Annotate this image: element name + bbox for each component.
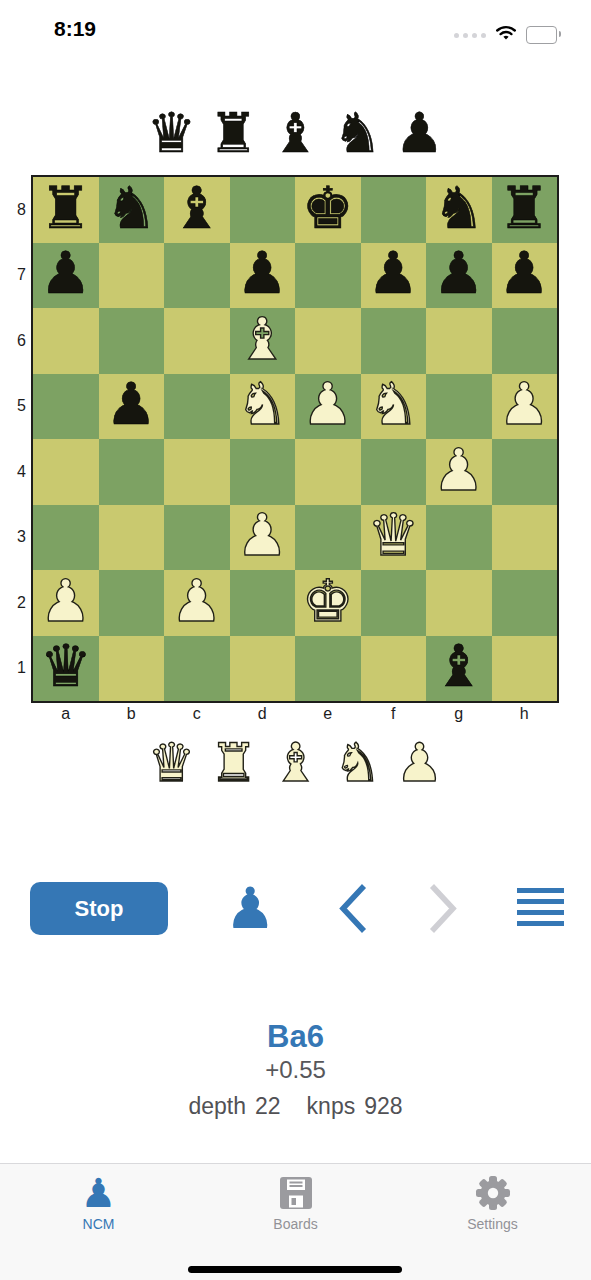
square-h7[interactable]: ♟ [492, 243, 558, 309]
square-b2[interactable] [99, 570, 165, 636]
depth-label: depth [188, 1093, 246, 1120]
white-pawn: ♟ [433, 441, 485, 499]
square-e7[interactable] [295, 243, 361, 309]
black-rook: ♜ [498, 179, 550, 237]
square-a5[interactable] [33, 374, 99, 440]
square-b4[interactable] [99, 439, 165, 505]
tab-ncm[interactable]: ♟ NCM [0, 1164, 197, 1280]
black-king: ♚ [302, 179, 354, 237]
square-d3[interactable]: ♟ [230, 505, 296, 571]
tray-white-pawn[interactable]: ♟ [394, 732, 446, 792]
square-g6[interactable] [426, 308, 492, 374]
square-b3[interactable] [99, 505, 165, 571]
square-d2[interactable] [230, 570, 296, 636]
square-e5[interactable]: ♟ [295, 374, 361, 440]
tray-black-pawn[interactable]: ♟ [394, 102, 446, 162]
next-move-button[interactable] [427, 883, 459, 934]
square-g4[interactable]: ♟ [426, 439, 492, 505]
black-rook: ♜ [40, 179, 92, 237]
black-pawn: ♟ [236, 244, 288, 302]
rank-label-8: 8 [0, 177, 26, 243]
square-b7[interactable] [99, 243, 165, 309]
square-c1[interactable] [164, 636, 230, 702]
floppy-disk-icon [279, 1172, 313, 1214]
rank-label-4: 4 [0, 439, 26, 505]
square-f6[interactable] [361, 308, 427, 374]
file-label-c: c [164, 702, 230, 726]
square-f8[interactable] [361, 177, 427, 243]
square-a7[interactable]: ♟ [33, 243, 99, 309]
status-icons [454, 24, 557, 46]
board: ♜♞♝♚♞♜♟♟♟♟♟♝♟♞♟♞♟♟♟♛♟♟♚♛♝ [31, 175, 559, 703]
white-pawn: ♟ [40, 572, 92, 630]
black-bishop: ♝ [433, 637, 485, 695]
square-d7[interactable]: ♟ [230, 243, 296, 309]
square-b6[interactable] [99, 308, 165, 374]
home-indicator[interactable] [188, 1266, 402, 1273]
square-d5[interactable]: ♞ [230, 374, 296, 440]
tray-black-bishop[interactable]: ♝ [270, 102, 322, 162]
square-b1[interactable] [99, 636, 165, 702]
file-label-e: e [295, 702, 361, 726]
square-h1[interactable] [492, 636, 558, 702]
black-knight: ♞ [433, 179, 485, 237]
black-queen: ♛ [40, 637, 92, 695]
square-e1[interactable] [295, 636, 361, 702]
rank-label-7: 7 [0, 243, 26, 309]
status-time: 8:19 [54, 17, 96, 41]
white-pawn: ♟ [236, 506, 288, 564]
square-d1[interactable] [230, 636, 296, 702]
tab-boards[interactable]: Boards [197, 1164, 394, 1280]
black-pawn: ♟ [40, 244, 92, 302]
square-a6[interactable] [33, 308, 99, 374]
knps-value: 928 [364, 1093, 402, 1120]
square-h2[interactable] [492, 570, 558, 636]
square-c2[interactable]: ♟ [164, 570, 230, 636]
tray-white-knight[interactable]: ♞ [332, 732, 384, 792]
square-e4[interactable] [295, 439, 361, 505]
square-b8[interactable]: ♞ [99, 177, 165, 243]
black-knight: ♞ [105, 179, 157, 237]
square-c6[interactable] [164, 308, 230, 374]
rank-label-1: 1 [0, 636, 26, 702]
square-g8[interactable]: ♞ [426, 177, 492, 243]
square-c8[interactable]: ♝ [164, 177, 230, 243]
tab-settings[interactable]: Settings [394, 1164, 591, 1280]
previous-move-button[interactable] [337, 883, 369, 934]
menu-icon[interactable] [517, 888, 564, 926]
best-move-text: Ba6 [0, 1019, 591, 1055]
file-label-b: b [99, 702, 165, 726]
side-to-move-pawn-icon[interactable]: ♟ [219, 876, 281, 938]
square-c5[interactable] [164, 374, 230, 440]
knps-stat: knps 928 [307, 1093, 403, 1120]
black-bishop: ♝ [171, 179, 223, 237]
square-c7[interactable] [164, 243, 230, 309]
gear-icon [474, 1172, 512, 1214]
black-pawn: ♟ [105, 375, 157, 433]
square-g1[interactable]: ♝ [426, 636, 492, 702]
file-label-h: h [492, 702, 558, 726]
square-h8[interactable]: ♜ [492, 177, 558, 243]
file-label-g: g [426, 702, 492, 726]
white-pawn: ♟ [302, 375, 354, 433]
square-a2[interactable]: ♟ [33, 570, 99, 636]
tray-black-queen[interactable]: ♛ [146, 102, 198, 162]
square-f2[interactable] [361, 570, 427, 636]
black-pawn: ♟ [367, 244, 419, 302]
white-king: ♚ [302, 572, 354, 630]
white-bishop: ♝ [236, 310, 288, 368]
tray-black-rook[interactable]: ♜ [208, 102, 260, 162]
square-g3[interactable] [426, 505, 492, 571]
knps-label: knps [307, 1093, 356, 1120]
square-g7[interactable]: ♟ [426, 243, 492, 309]
square-e2[interactable]: ♚ [295, 570, 361, 636]
engine-stats: depth 22 knps 928 [0, 1093, 591, 1120]
square-f3[interactable]: ♛ [361, 505, 427, 571]
square-h5[interactable]: ♟ [492, 374, 558, 440]
square-a3[interactable] [33, 505, 99, 571]
black-piece-tray: ♛♜♝♞♟ [0, 102, 591, 164]
square-c4[interactable] [164, 439, 230, 505]
tray-white-queen[interactable]: ♛ [146, 732, 198, 792]
square-a1[interactable]: ♛ [33, 636, 99, 702]
rank-labels: 87654321 [0, 177, 26, 701]
square-g5[interactable] [426, 374, 492, 440]
black-pawn: ♟ [498, 244, 550, 302]
square-f1[interactable] [361, 636, 427, 702]
square-d8[interactable] [230, 177, 296, 243]
wifi-icon [494, 24, 518, 46]
square-e6[interactable] [295, 308, 361, 374]
rank-label-3: 3 [0, 505, 26, 571]
evaluation-text: +0.55 [0, 1056, 591, 1084]
black-pawn: ♟ [433, 244, 485, 302]
cellular-signal-icon [454, 33, 486, 38]
square-a8[interactable]: ♜ [33, 177, 99, 243]
tab-bar: ♟ NCM Boards [0, 1163, 591, 1280]
square-f7[interactable]: ♟ [361, 243, 427, 309]
square-b5[interactable]: ♟ [99, 374, 165, 440]
rank-label-2: 2 [0, 570, 26, 636]
square-f5[interactable]: ♞ [361, 374, 427, 440]
white-queen: ♛ [367, 506, 419, 564]
rank-label-5: 5 [0, 374, 26, 440]
white-pawn: ♟ [171, 572, 223, 630]
white-knight: ♞ [236, 375, 288, 433]
square-g2[interactable] [426, 570, 492, 636]
square-h6[interactable] [492, 308, 558, 374]
file-labels: abcdefgh [33, 702, 557, 726]
square-d4[interactable] [230, 439, 296, 505]
square-a4[interactable] [33, 439, 99, 505]
square-f4[interactable] [361, 439, 427, 505]
square-d6[interactable]: ♝ [230, 308, 296, 374]
depth-stat: depth 22 [188, 1093, 280, 1120]
square-e8[interactable]: ♚ [295, 177, 361, 243]
white-pawn: ♟ [498, 375, 550, 433]
white-piece-tray: ♛♜♝♞♟ [0, 732, 591, 792]
square-h3[interactable] [492, 505, 558, 571]
tray-white-bishop[interactable]: ♝ [270, 732, 322, 792]
square-e3[interactable] [295, 505, 361, 571]
stop-button[interactable]: Stop [30, 882, 168, 935]
rank-label-6: 6 [0, 308, 26, 374]
app-screen: 8:19 ♛♜♝♞♟ 87654321 ♜♞♝♚♞♜♟♟♟♟♟♝♟♞♟♞♟♟♟♛… [0, 0, 591, 1280]
file-label-f: f [361, 702, 427, 726]
white-knight: ♞ [367, 375, 419, 433]
square-c3[interactable] [164, 505, 230, 571]
pawn-icon: ♟ [81, 1172, 117, 1214]
tray-white-rook[interactable]: ♜ [208, 732, 260, 792]
square-h4[interactable] [492, 439, 558, 505]
battery-icon [526, 26, 557, 44]
file-label-a: a [33, 702, 99, 726]
tray-black-knight[interactable]: ♞ [332, 102, 384, 162]
file-label-d: d [230, 702, 296, 726]
depth-value: 22 [255, 1093, 281, 1120]
